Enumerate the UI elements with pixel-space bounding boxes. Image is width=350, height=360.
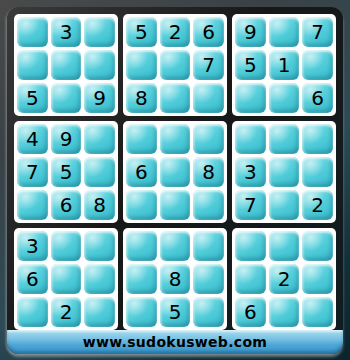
cell-r2c3[interactable]	[84, 50, 115, 80]
cell-r8c6[interactable]	[193, 264, 224, 294]
cell-r7c1[interactable]: 3	[17, 231, 48, 261]
cell-r1c4[interactable]: 5	[126, 17, 157, 47]
cell-r1c2[interactable]: 3	[51, 17, 82, 47]
cell-r8c5[interactable]: 8	[160, 264, 191, 294]
cell-r5c8[interactable]	[269, 157, 300, 187]
cell-r9c7[interactable]: 6	[235, 297, 266, 327]
cell-r7c8[interactable]	[269, 231, 300, 261]
cell-r9c4[interactable]	[126, 297, 157, 327]
box-r1c3: 97516	[232, 14, 336, 116]
cell-r1c8[interactable]	[269, 17, 300, 47]
cell-r6c5[interactable]	[160, 190, 191, 220]
cell-r2c7[interactable]: 5	[235, 50, 266, 80]
box-r1c2: 52678	[123, 14, 227, 116]
cell-r7c5[interactable]	[160, 231, 191, 261]
sudoku-grid: 3595267897516497568683723628526	[14, 14, 336, 330]
cell-r3c7[interactable]	[235, 83, 266, 113]
cell-r2c2[interactable]	[51, 50, 82, 80]
box-r2c3: 372	[232, 121, 336, 223]
cell-r7c6[interactable]	[193, 231, 224, 261]
cell-r6c2[interactable]: 6	[51, 190, 82, 220]
cell-r2c1[interactable]	[17, 50, 48, 80]
cell-r1c6[interactable]: 6	[193, 17, 224, 47]
cell-r5c3[interactable]	[84, 157, 115, 187]
cell-r3c8[interactable]	[269, 83, 300, 113]
cell-r2c6[interactable]: 7	[193, 50, 224, 80]
cell-r6c4[interactable]	[126, 190, 157, 220]
cell-r1c7[interactable]: 9	[235, 17, 266, 47]
cell-r8c7[interactable]	[235, 264, 266, 294]
cell-r5c9[interactable]	[302, 157, 333, 187]
cell-r3c5[interactable]	[160, 83, 191, 113]
box-r2c2: 68	[123, 121, 227, 223]
cell-r1c9[interactable]: 7	[302, 17, 333, 47]
cell-r9c6[interactable]	[193, 297, 224, 327]
cell-r4c4[interactable]	[126, 124, 157, 154]
cell-r3c1[interactable]: 5	[17, 83, 48, 113]
cell-r3c3[interactable]: 9	[84, 83, 115, 113]
cell-r3c2[interactable]	[51, 83, 82, 113]
cell-r8c1[interactable]: 6	[17, 264, 48, 294]
cell-r6c9[interactable]: 2	[302, 190, 333, 220]
cell-r8c8[interactable]: 2	[269, 264, 300, 294]
cell-r8c2[interactable]	[51, 264, 82, 294]
box-r2c1: 497568	[14, 121, 118, 223]
box-r3c1: 362	[14, 228, 118, 330]
cell-r4c3[interactable]	[84, 124, 115, 154]
cell-r7c7[interactable]	[235, 231, 266, 261]
cell-r9c1[interactable]	[17, 297, 48, 327]
box-r3c3: 26	[232, 228, 336, 330]
cell-r5c1[interactable]: 7	[17, 157, 48, 187]
cell-r7c9[interactable]	[302, 231, 333, 261]
sudoku-board: 3595267897516497568683723628526 www.sudo…	[7, 7, 343, 354]
cell-r1c5[interactable]: 2	[160, 17, 191, 47]
cell-r9c9[interactable]	[302, 297, 333, 327]
box-r1c1: 359	[14, 14, 118, 116]
cell-r4c8[interactable]	[269, 124, 300, 154]
cell-r3c4[interactable]: 8	[126, 83, 157, 113]
cell-r5c6[interactable]: 8	[193, 157, 224, 187]
cell-r6c1[interactable]	[17, 190, 48, 220]
cell-r4c6[interactable]	[193, 124, 224, 154]
cell-r9c5[interactable]: 5	[160, 297, 191, 327]
cell-r7c3[interactable]	[84, 231, 115, 261]
cell-r5c5[interactable]	[160, 157, 191, 187]
cell-r8c9[interactable]	[302, 264, 333, 294]
box-r3c2: 85	[123, 228, 227, 330]
cell-r7c2[interactable]	[51, 231, 82, 261]
cell-r9c8[interactable]	[269, 297, 300, 327]
cell-r1c1[interactable]	[17, 17, 48, 47]
cell-r8c3[interactable]	[84, 264, 115, 294]
cell-r4c7[interactable]	[235, 124, 266, 154]
cell-r3c9[interactable]: 6	[302, 83, 333, 113]
cell-r6c6[interactable]	[193, 190, 224, 220]
cell-r2c9[interactable]	[302, 50, 333, 80]
website-url: www.sudokusweb.com	[83, 334, 267, 350]
page-background: 3595267897516497568683723628526 www.sudo…	[0, 0, 350, 360]
cell-r3c6[interactable]	[193, 83, 224, 113]
cell-r4c5[interactable]	[160, 124, 191, 154]
cell-r9c2[interactable]: 2	[51, 297, 82, 327]
cell-r6c8[interactable]	[269, 190, 300, 220]
cell-r6c3[interactable]: 8	[84, 190, 115, 220]
cell-r2c4[interactable]	[126, 50, 157, 80]
cell-r4c2[interactable]: 9	[51, 124, 82, 154]
cell-r8c4[interactable]	[126, 264, 157, 294]
footer-bar: www.sudokusweb.com	[7, 330, 343, 354]
cell-r5c2[interactable]: 5	[51, 157, 82, 187]
cell-r2c5[interactable]	[160, 50, 191, 80]
cell-r2c8[interactable]: 1	[269, 50, 300, 80]
cell-r4c1[interactable]: 4	[17, 124, 48, 154]
cell-r9c3[interactable]	[84, 297, 115, 327]
cell-r4c9[interactable]	[302, 124, 333, 154]
cell-r6c7[interactable]: 7	[235, 190, 266, 220]
cell-r5c7[interactable]: 3	[235, 157, 266, 187]
cell-r5c4[interactable]: 6	[126, 157, 157, 187]
cell-r1c3[interactable]	[84, 17, 115, 47]
cell-r7c4[interactable]	[126, 231, 157, 261]
